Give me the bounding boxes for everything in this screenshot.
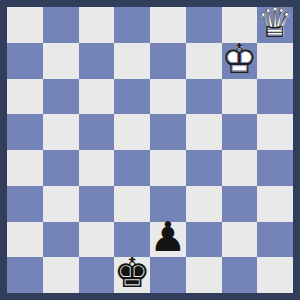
- square-c6[interactable]: [79, 79, 115, 115]
- square-h4[interactable]: [257, 150, 293, 186]
- square-b6[interactable]: [43, 79, 79, 115]
- square-g2[interactable]: [222, 222, 258, 258]
- square-h3[interactable]: [257, 186, 293, 222]
- piece-white-king-g7[interactable]: ♚♔: [222, 43, 258, 79]
- square-f6[interactable]: [186, 79, 222, 115]
- square-d6[interactable]: [114, 79, 150, 115]
- piece-black-king-d1[interactable]: ♚: [114, 257, 150, 293]
- white-queen-outline-glyph: ♕: [257, 3, 294, 44]
- square-f4[interactable]: [186, 150, 222, 186]
- square-f2[interactable]: [186, 222, 222, 258]
- square-g5[interactable]: [222, 114, 258, 150]
- chess-board-frame: ♛♕♚♔♟♚: [0, 0, 300, 300]
- square-c4[interactable]: [79, 150, 115, 186]
- square-e6[interactable]: [150, 79, 186, 115]
- square-d5[interactable]: [114, 114, 150, 150]
- square-f3[interactable]: [186, 186, 222, 222]
- square-f8[interactable]: [186, 7, 222, 43]
- square-h5[interactable]: [257, 114, 293, 150]
- square-a5[interactable]: [7, 114, 43, 150]
- black-king-glyph: ♚: [114, 253, 151, 294]
- square-d2[interactable]: [114, 222, 150, 258]
- square-e1[interactable]: [150, 257, 186, 293]
- square-b4[interactable]: [43, 150, 79, 186]
- square-e2[interactable]: ♟: [150, 222, 186, 258]
- square-e8[interactable]: [150, 7, 186, 43]
- square-g6[interactable]: [222, 79, 258, 115]
- square-a7[interactable]: [7, 43, 43, 79]
- square-c2[interactable]: [79, 222, 115, 258]
- square-a1[interactable]: [7, 257, 43, 293]
- square-h8[interactable]: ♛♕: [257, 7, 293, 43]
- square-b7[interactable]: [43, 43, 79, 79]
- square-a8[interactable]: [7, 7, 43, 43]
- piece-black-pawn-e2[interactable]: ♟: [150, 222, 186, 258]
- square-d3[interactable]: [114, 186, 150, 222]
- piece-white-queen-h8[interactable]: ♛♕: [257, 7, 293, 43]
- square-e5[interactable]: [150, 114, 186, 150]
- square-f1[interactable]: [186, 257, 222, 293]
- square-d7[interactable]: [114, 43, 150, 79]
- white-king-outline-glyph: ♔: [221, 39, 258, 80]
- square-d4[interactable]: [114, 150, 150, 186]
- square-b2[interactable]: [43, 222, 79, 258]
- square-d1[interactable]: ♚: [114, 257, 150, 293]
- square-h7[interactable]: [257, 43, 293, 79]
- square-g4[interactable]: [222, 150, 258, 186]
- square-a4[interactable]: [7, 150, 43, 186]
- square-g1[interactable]: [222, 257, 258, 293]
- square-c3[interactable]: [79, 186, 115, 222]
- square-h1[interactable]: [257, 257, 293, 293]
- square-g7[interactable]: ♚♔: [222, 43, 258, 79]
- square-f7[interactable]: [186, 43, 222, 79]
- white-queen-glyph: ♛: [257, 3, 294, 44]
- square-c8[interactable]: [79, 7, 115, 43]
- square-e3[interactable]: [150, 186, 186, 222]
- square-a6[interactable]: [7, 79, 43, 115]
- square-b1[interactable]: [43, 257, 79, 293]
- square-f5[interactable]: [186, 114, 222, 150]
- square-d8[interactable]: [114, 7, 150, 43]
- square-c5[interactable]: [79, 114, 115, 150]
- square-a2[interactable]: [7, 222, 43, 258]
- square-h2[interactable]: [257, 222, 293, 258]
- square-b5[interactable]: [43, 114, 79, 150]
- square-e4[interactable]: [150, 150, 186, 186]
- square-c1[interactable]: [79, 257, 115, 293]
- square-g3[interactable]: [222, 186, 258, 222]
- square-g8[interactable]: [222, 7, 258, 43]
- white-king-glyph: ♚: [221, 39, 258, 80]
- square-h6[interactable]: [257, 79, 293, 115]
- square-e7[interactable]: [150, 43, 186, 79]
- square-b3[interactable]: [43, 186, 79, 222]
- square-c7[interactable]: [79, 43, 115, 79]
- square-b8[interactable]: [43, 7, 79, 43]
- black-pawn-glyph: ♟: [149, 218, 186, 259]
- chess-board: ♛♕♚♔♟♚: [7, 7, 293, 293]
- square-a3[interactable]: [7, 186, 43, 222]
